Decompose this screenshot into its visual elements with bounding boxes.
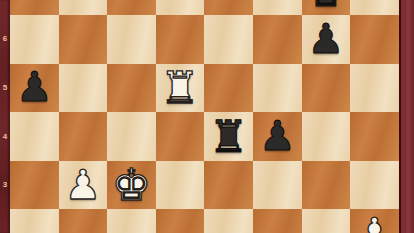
- square-a4[interactable]: [10, 112, 59, 161]
- square-h5[interactable]: [350, 64, 399, 113]
- square-c7[interactable]: [107, 0, 156, 15]
- square-b2[interactable]: [59, 209, 108, 233]
- chess-board-screenshot: ♚♟♟♜♜♟♟♚♟ 6543: [0, 0, 414, 233]
- square-a3[interactable]: [10, 161, 59, 210]
- square-b6[interactable]: [59, 15, 108, 64]
- piece-black-pawn-f4[interactable]: ♟: [253, 112, 302, 161]
- square-d7[interactable]: [156, 0, 205, 15]
- square-e6[interactable]: [204, 15, 253, 64]
- square-e3[interactable]: [204, 161, 253, 210]
- square-d6[interactable]: [156, 15, 205, 64]
- rank-label-3: 3: [0, 180, 10, 190]
- square-b7[interactable]: [59, 0, 108, 15]
- piece-white-pawn-h2[interactable]: ♟: [350, 209, 399, 233]
- square-h6[interactable]: [350, 15, 399, 64]
- square-f2[interactable]: [253, 209, 302, 233]
- square-h3[interactable]: [350, 161, 399, 210]
- piece-black-pawn-a5[interactable]: ♟: [10, 64, 59, 113]
- square-a7[interactable]: [10, 0, 59, 15]
- piece-black-rook-e4[interactable]: ♜: [204, 112, 253, 161]
- square-h7[interactable]: [350, 0, 399, 15]
- square-e2[interactable]: [204, 209, 253, 233]
- square-c2[interactable]: [107, 209, 156, 233]
- square-e5[interactable]: [204, 64, 253, 113]
- square-e7[interactable]: [204, 0, 253, 15]
- square-d3[interactable]: [156, 161, 205, 210]
- square-b4[interactable]: [59, 112, 108, 161]
- board-right-border: [399, 0, 414, 233]
- piece-white-rook-d5[interactable]: ♜: [156, 64, 205, 113]
- square-c4[interactable]: [107, 112, 156, 161]
- piece-black-pawn-g6[interactable]: ♟: [302, 15, 351, 64]
- square-d2[interactable]: [156, 209, 205, 233]
- piece-white-king-c3[interactable]: ♚: [107, 161, 156, 210]
- rank-label-6: 6: [0, 34, 10, 44]
- square-c5[interactable]: [107, 64, 156, 113]
- piece-white-pawn-b3[interactable]: ♟: [59, 161, 108, 210]
- square-f5[interactable]: [253, 64, 302, 113]
- piece-black-king-g7[interactable]: ♚: [302, 0, 351, 15]
- square-f7[interactable]: [253, 0, 302, 15]
- square-d4[interactable]: [156, 112, 205, 161]
- square-f6[interactable]: [253, 15, 302, 64]
- square-g4[interactable]: [302, 112, 351, 161]
- square-g3[interactable]: [302, 161, 351, 210]
- square-h4[interactable]: [350, 112, 399, 161]
- rank-label-4: 4: [0, 132, 10, 142]
- square-g2[interactable]: [302, 209, 351, 233]
- square-g5[interactable]: [302, 64, 351, 113]
- square-a6[interactable]: [10, 15, 59, 64]
- square-b5[interactable]: [59, 64, 108, 113]
- rank-label-5: 5: [0, 83, 10, 93]
- board-left-border: 6543: [0, 0, 10, 233]
- square-f3[interactable]: [253, 161, 302, 210]
- square-a2[interactable]: [10, 209, 59, 233]
- square-c6[interactable]: [107, 15, 156, 64]
